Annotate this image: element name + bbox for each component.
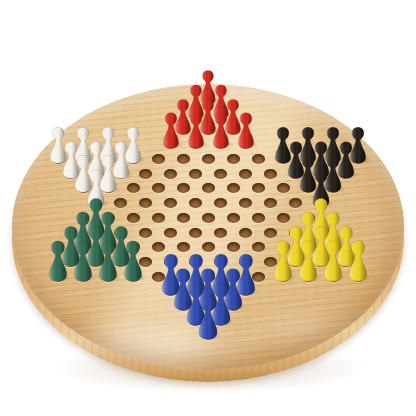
- peg-yellow[interactable]: [298, 240, 319, 282]
- cell-r5c8[interactable]: [265, 166, 278, 181]
- hole: [139, 198, 152, 208]
- cell-r16c0[interactable]: [202, 328, 215, 343]
- cell-r9c5[interactable]: [215, 225, 228, 240]
- peg-red[interactable]: [237, 113, 255, 150]
- hole: [214, 198, 227, 208]
- hole: [152, 154, 165, 164]
- cell-r10c5[interactable]: [202, 240, 215, 255]
- hole: [252, 154, 265, 164]
- hole: [264, 228, 277, 238]
- cell-r5c6[interactable]: [215, 166, 228, 181]
- cell-r9c4[interactable]: [190, 225, 203, 240]
- hole: [239, 228, 252, 238]
- cell-r8c6[interactable]: [252, 211, 265, 226]
- cell-r5c7[interactable]: [240, 166, 253, 181]
- hole: [152, 183, 165, 193]
- peg-grid: [52, 93, 365, 343]
- hole: [227, 154, 240, 164]
- cell-r4c4[interactable]: [152, 152, 165, 167]
- peg-blue[interactable]: [197, 296, 219, 340]
- cell-r6c7[interactable]: [252, 181, 265, 196]
- hole: [227, 213, 240, 223]
- cell-r12c12[interactable]: [352, 269, 365, 284]
- hole: [252, 213, 265, 223]
- cell-r5c5[interactable]: [190, 166, 203, 181]
- peg-yellow[interactable]: [323, 240, 344, 282]
- cell-r8c4[interactable]: [202, 211, 215, 226]
- hole: [202, 242, 215, 252]
- hole: [127, 213, 140, 223]
- hole: [227, 242, 240, 252]
- hole: [264, 169, 277, 179]
- hole: [277, 183, 290, 193]
- cell-r6c8[interactable]: [277, 181, 290, 196]
- cell-r5c3[interactable]: [140, 166, 153, 181]
- hole: [152, 213, 165, 223]
- hole: [164, 228, 177, 238]
- cell-r4c8[interactable]: [252, 152, 265, 167]
- cell-r3c3[interactable]: [240, 137, 253, 152]
- cell-r12c3[interactable]: [127, 269, 140, 284]
- hole: [114, 198, 127, 208]
- hole: [164, 169, 177, 179]
- cell-r10c3[interactable]: [152, 240, 165, 255]
- cell-r12c1[interactable]: [77, 269, 90, 284]
- cell-r10c7[interactable]: [252, 240, 265, 255]
- cell-r6c5[interactable]: [202, 181, 215, 196]
- cell-r7c2[interactable]: [140, 196, 153, 211]
- cell-r3c1[interactable]: [190, 137, 203, 152]
- cell-r10c6[interactable]: [227, 240, 240, 255]
- hole: [177, 154, 190, 164]
- peg-red[interactable]: [212, 113, 230, 150]
- cell-r12c2[interactable]: [102, 269, 115, 284]
- cell-r6c2[interactable]: [127, 181, 140, 196]
- hole: [189, 198, 202, 208]
- hole: [264, 198, 277, 208]
- hole: [252, 183, 265, 193]
- cell-r6c4[interactable]: [177, 181, 190, 196]
- cell-r9c7[interactable]: [265, 225, 278, 240]
- cell-r6c6[interactable]: [227, 181, 240, 196]
- hole: [127, 183, 140, 193]
- cell-r9c2[interactable]: [140, 225, 153, 240]
- cell-r8c7[interactable]: [277, 211, 290, 226]
- hole: [177, 213, 190, 223]
- hole: [252, 242, 265, 252]
- hole: [177, 242, 190, 252]
- hole: [202, 154, 215, 164]
- cell-r12c9[interactable]: [277, 269, 290, 284]
- hole: [227, 183, 240, 193]
- hole: [202, 183, 215, 193]
- cell-r8c1[interactable]: [127, 211, 140, 226]
- peg-red[interactable]: [162, 113, 180, 150]
- cell-r3c2[interactable]: [215, 137, 228, 152]
- cell-r7c1[interactable]: [115, 196, 128, 211]
- cell-r10c4[interactable]: [177, 240, 190, 255]
- cell-r7c8[interactable]: [290, 196, 303, 211]
- cell-r7c6[interactable]: [240, 196, 253, 211]
- hole: [214, 169, 227, 179]
- cell-r7c5[interactable]: [215, 196, 228, 211]
- hole: [189, 228, 202, 238]
- product-photo-background: [0, 0, 416, 416]
- hole: [139, 169, 152, 179]
- cell-r7c7[interactable]: [265, 196, 278, 211]
- peg-red[interactable]: [187, 113, 205, 150]
- cell-r4c6[interactable]: [202, 152, 215, 167]
- cell-r8c3[interactable]: [177, 211, 190, 226]
- cell-r8c5[interactable]: [227, 211, 240, 226]
- hole: [289, 198, 302, 208]
- hole: [189, 169, 202, 179]
- cell-r12c10[interactable]: [302, 269, 315, 284]
- cell-r5c4[interactable]: [165, 166, 178, 181]
- hole: [164, 198, 177, 208]
- hole: [239, 198, 252, 208]
- hole: [152, 242, 165, 252]
- cell-r4c5[interactable]: [177, 152, 190, 167]
- hole: [139, 228, 152, 238]
- peg-green[interactable]: [123, 240, 144, 282]
- hole: [214, 228, 227, 238]
- peg-yellow[interactable]: [273, 240, 294, 282]
- hole: [177, 183, 190, 193]
- cell-r9c6[interactable]: [240, 225, 253, 240]
- peg-green[interactable]: [98, 240, 119, 282]
- peg-green[interactable]: [48, 240, 69, 282]
- hole: [277, 213, 290, 223]
- cell-r8c2[interactable]: [152, 211, 165, 226]
- cell-r12c11[interactable]: [327, 269, 340, 284]
- cell-r7c3[interactable]: [165, 196, 178, 211]
- hole: [202, 213, 215, 223]
- peg-green[interactable]: [73, 240, 94, 282]
- cell-r6c3[interactable]: [152, 181, 165, 196]
- cell-r3c0[interactable]: [165, 137, 178, 152]
- hole: [239, 169, 252, 179]
- cell-r4c7[interactable]: [227, 152, 240, 167]
- peg-yellow[interactable]: [348, 240, 369, 282]
- cell-r12c0[interactable]: [52, 269, 65, 284]
- cell-r7c4[interactable]: [190, 196, 203, 211]
- cell-r9c3[interactable]: [165, 225, 178, 240]
